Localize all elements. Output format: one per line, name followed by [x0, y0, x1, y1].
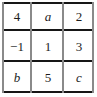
- cell-r3c2: 5: [32, 62, 64, 93]
- cell-r1c3: 2: [64, 2, 94, 31]
- cell-r3c3: c: [64, 62, 94, 93]
- grid-line-horizontal-top: [2, 2, 94, 4]
- grid-line-vertical-left: [2, 2, 4, 93]
- puzzle-board: 4 a 2 −1 1 3 b 5 c: [2, 2, 94, 93]
- puzzle-grid: 4 a 2 −1 1 3 b 5 c: [2, 2, 94, 93]
- cell-r3c1: b: [2, 62, 32, 93]
- cell-r1c1: 4: [2, 2, 32, 31]
- grid-line-horizontal-mid1: [2, 29, 94, 31]
- grid-line-vertical-mid2: [62, 2, 64, 93]
- grid-line-horizontal-bottom: [2, 91, 94, 93]
- grid-line-vertical-mid1: [30, 2, 32, 93]
- cell-r2c2: 1: [32, 31, 64, 62]
- grid-line-vertical-right: [92, 2, 94, 93]
- grid-line-horizontal-mid2: [2, 60, 94, 62]
- cell-r2c3: 3: [64, 31, 94, 62]
- cell-r2c1: −1: [2, 31, 32, 62]
- cell-r1c2: a: [32, 2, 64, 31]
